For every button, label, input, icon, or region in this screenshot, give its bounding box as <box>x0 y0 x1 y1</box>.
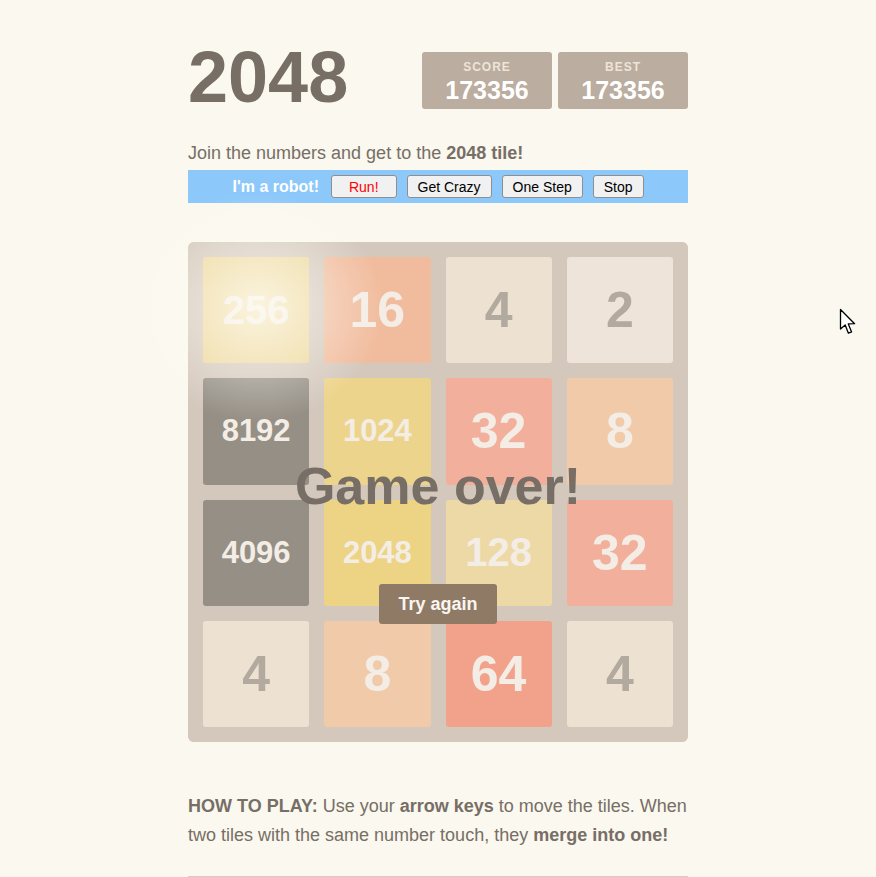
robot-bar: I'm a robot! Run!Get CrazyOne StepStop <box>188 170 688 203</box>
text-segment: arrow keys <box>400 796 494 816</box>
game-board: 256164281921024328409620481283248644 Gam… <box>188 242 688 742</box>
get-crazy-button[interactable]: Get Crazy <box>407 175 492 198</box>
text-segment: HOW TO PLAY: <box>188 796 318 816</box>
game-over-overlay: Game over! Try again <box>188 242 688 742</box>
best-value: 173356 <box>576 76 670 105</box>
text-segment: Use your <box>318 796 400 816</box>
robot-buttons: Run!Get CrazyOne StepStop <box>331 175 644 198</box>
game-over-message: Game over! <box>188 456 688 516</box>
score-box: SCORE 173356 <box>422 52 552 109</box>
score-label: SCORE <box>440 60 534 74</box>
try-again-button[interactable]: Try again <box>379 584 497 624</box>
text-segment: merge into one! <box>533 825 668 845</box>
page-container: 2048 SCORE 173356 BEST 173356 Join the n… <box>188 0 688 877</box>
subtitle: Join the numbers and get to the 2048 til… <box>188 143 688 163</box>
how-to-play-text: HOW TO PLAY: Use your arrow keys to move… <box>188 792 688 850</box>
best-label: BEST <box>576 60 670 74</box>
robot-label: I'm a robot! <box>232 178 318 196</box>
header: 2048 SCORE 173356 BEST 173356 <box>188 44 688 119</box>
page-title: 2048 <box>188 44 348 110</box>
text-segment: 2048 tile! <box>446 143 523 163</box>
stop-button[interactable]: Stop <box>593 175 644 198</box>
run-button[interactable]: Run! <box>331 175 397 198</box>
one-step-button[interactable]: One Step <box>502 175 583 198</box>
mouse-cursor <box>836 308 858 336</box>
score-value: 173356 <box>440 76 534 105</box>
text-segment: Join the numbers and get to the <box>188 143 446 163</box>
best-box: BEST 173356 <box>558 52 688 109</box>
score-container: SCORE 173356 BEST 173356 <box>422 52 688 109</box>
